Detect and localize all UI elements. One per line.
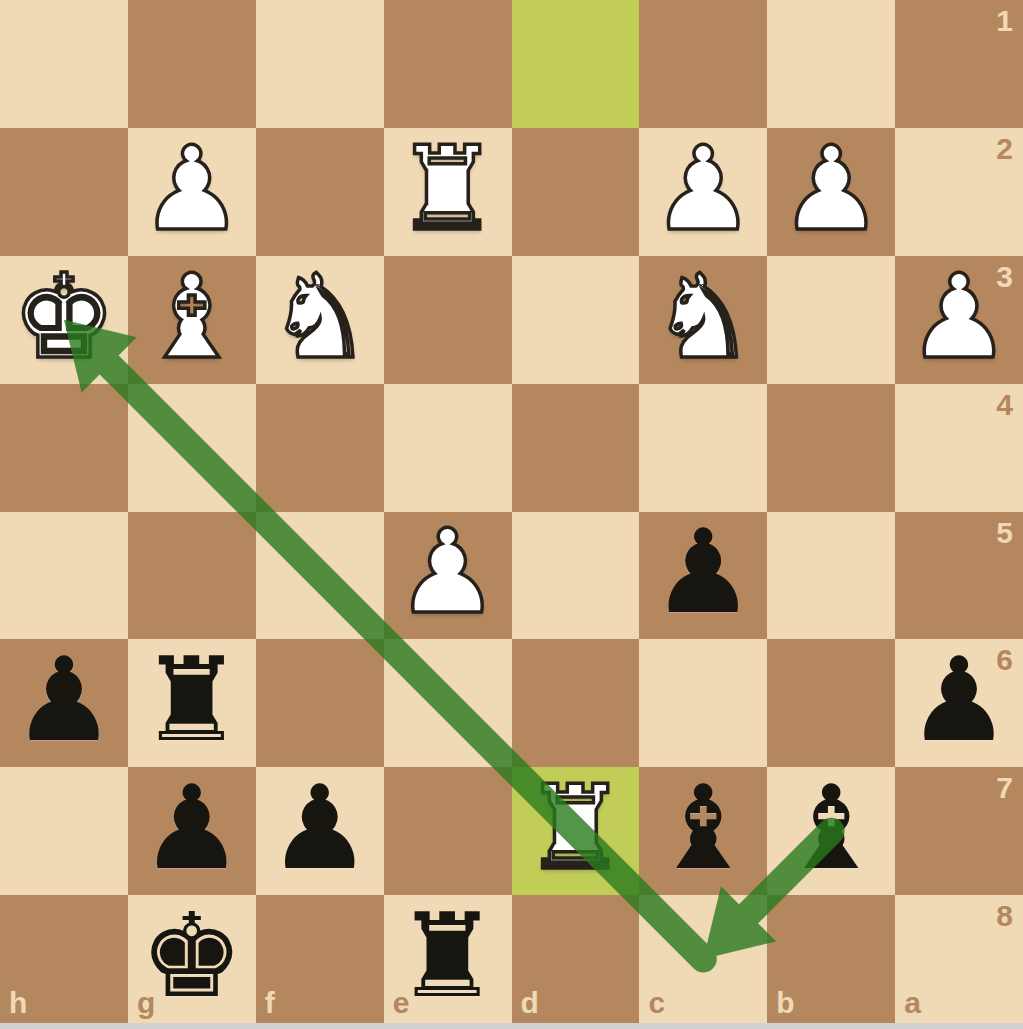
square-e5[interactable]: ♟ [384, 512, 512, 640]
square-a5[interactable]: 5 [895, 512, 1023, 640]
page-background-strip [0, 1023, 1023, 1029]
piece-white-pawn[interactable]: ♟ [639, 125, 767, 253]
square-d4[interactable] [512, 384, 640, 512]
square-g4[interactable] [128, 384, 256, 512]
square-e3[interactable] [384, 256, 512, 384]
piece-black-rook[interactable]: ♜ [384, 892, 512, 1020]
piece-white-rook[interactable]: ♜ [384, 125, 512, 253]
square-b3[interactable] [767, 256, 895, 384]
square-f4[interactable] [256, 384, 384, 512]
rank-label-5: 5 [996, 518, 1013, 548]
square-a8[interactable]: a8 [895, 895, 1023, 1023]
square-f6[interactable] [256, 639, 384, 767]
square-d5[interactable] [512, 512, 640, 640]
square-c6[interactable] [639, 639, 767, 767]
square-a6[interactable]: 6♟ [895, 639, 1023, 767]
piece-white-king[interactable]: ♚ [0, 253, 128, 381]
square-d7[interactable]: ♜ [512, 767, 640, 895]
square-g1[interactable] [128, 0, 256, 128]
file-label-d: d [521, 988, 539, 1018]
square-b7[interactable]: ♝ [767, 767, 895, 895]
square-h8[interactable]: h [0, 895, 128, 1023]
square-c7[interactable]: ♝ [639, 767, 767, 895]
piece-black-rook[interactable]: ♜ [128, 636, 256, 764]
rank-label-1: 1 [996, 6, 1013, 36]
square-c4[interactable] [639, 384, 767, 512]
square-g5[interactable] [128, 512, 256, 640]
square-h6[interactable]: ♟ [0, 639, 128, 767]
square-b6[interactable] [767, 639, 895, 767]
piece-black-bishop[interactable]: ♝ [639, 764, 767, 892]
square-a3[interactable]: 3♟ [895, 256, 1023, 384]
square-f7[interactable]: ♟ [256, 767, 384, 895]
square-b2[interactable]: ♟ [767, 128, 895, 256]
file-label-h: h [9, 988, 27, 1018]
square-g6[interactable]: ♜ [128, 639, 256, 767]
square-d8[interactable]: d [512, 895, 640, 1023]
piece-black-pawn[interactable]: ♟ [0, 636, 128, 764]
square-f1[interactable] [256, 0, 384, 128]
piece-black-king[interactable]: ♚ [128, 892, 256, 1020]
square-e7[interactable] [384, 767, 512, 895]
file-label-a: a [904, 988, 921, 1018]
square-d3[interactable] [512, 256, 640, 384]
square-e1[interactable] [384, 0, 512, 128]
square-c1[interactable] [639, 0, 767, 128]
square-h1[interactable] [0, 0, 128, 128]
square-g2[interactable]: ♟ [128, 128, 256, 256]
square-e8[interactable]: e♜ [384, 895, 512, 1023]
piece-black-bishop[interactable]: ♝ [767, 764, 895, 892]
square-b1[interactable] [767, 0, 895, 128]
piece-black-pawn[interactable]: ♟ [895, 636, 1023, 764]
square-c2[interactable]: ♟ [639, 128, 767, 256]
square-c5[interactable]: ♟ [639, 512, 767, 640]
square-g8[interactable]: g♚ [128, 895, 256, 1023]
square-a4[interactable]: 4 [895, 384, 1023, 512]
square-f3[interactable]: ♞ [256, 256, 384, 384]
square-g7[interactable]: ♟ [128, 767, 256, 895]
piece-black-pawn[interactable]: ♟ [639, 509, 767, 637]
rank-label-4: 4 [996, 390, 1013, 420]
square-d1[interactable] [512, 0, 640, 128]
square-b5[interactable] [767, 512, 895, 640]
square-a7[interactable]: 7 [895, 767, 1023, 895]
piece-white-knight[interactable]: ♞ [256, 253, 384, 381]
piece-white-knight[interactable]: ♞ [639, 253, 767, 381]
piece-white-bishop[interactable]: ♝ [128, 253, 256, 381]
square-a2[interactable]: 2 [895, 128, 1023, 256]
square-d2[interactable] [512, 128, 640, 256]
square-e2[interactable]: ♜ [384, 128, 512, 256]
piece-white-pawn[interactable]: ♟ [128, 125, 256, 253]
file-label-b: b [776, 988, 794, 1018]
piece-white-rook[interactable]: ♜ [512, 764, 640, 892]
square-e6[interactable] [384, 639, 512, 767]
square-d6[interactable] [512, 639, 640, 767]
chess-board: 1♟♜♟♟2♚♝♞♞3♟4♟♟5♟♜6♟♟♟♜♝♝7hg♚fe♜dcba8 [0, 0, 1023, 1023]
piece-white-pawn[interactable]: ♟ [384, 509, 512, 637]
square-c8[interactable]: c [639, 895, 767, 1023]
square-f2[interactable] [256, 128, 384, 256]
rank-label-7: 7 [996, 773, 1013, 803]
square-h4[interactable] [0, 384, 128, 512]
piece-white-pawn[interactable]: ♟ [767, 125, 895, 253]
square-a1[interactable]: 1 [895, 0, 1023, 128]
piece-black-pawn[interactable]: ♟ [128, 764, 256, 892]
square-h3[interactable]: ♚ [0, 256, 128, 384]
square-b4[interactable] [767, 384, 895, 512]
piece-black-pawn[interactable]: ♟ [256, 764, 384, 892]
square-f5[interactable] [256, 512, 384, 640]
file-label-c: c [648, 988, 665, 1018]
square-h5[interactable] [0, 512, 128, 640]
square-f8[interactable]: f [256, 895, 384, 1023]
square-h7[interactable] [0, 767, 128, 895]
file-label-f: f [265, 988, 275, 1018]
rank-label-8: 8 [996, 901, 1013, 931]
square-b8[interactable]: b [767, 895, 895, 1023]
square-c3[interactable]: ♞ [639, 256, 767, 384]
board-container: 1♟♜♟♟2♚♝♞♞3♟4♟♟5♟♜6♟♟♟♜♝♝7hg♚fe♜dcba8 [0, 0, 1023, 1029]
piece-white-pawn[interactable]: ♟ [895, 253, 1023, 381]
square-e4[interactable] [384, 384, 512, 512]
rank-label-2: 2 [996, 134, 1013, 164]
square-h2[interactable] [0, 128, 128, 256]
square-g3[interactable]: ♝ [128, 256, 256, 384]
